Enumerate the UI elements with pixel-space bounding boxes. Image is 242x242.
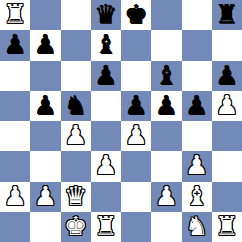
square-b5[interactable]: ♟: [30, 91, 60, 121]
black-pawn-piece[interactable]: ♟: [3, 31, 26, 57]
white-rook-piece[interactable]: ♜: [3, 1, 26, 27]
black-queen-piece[interactable]: ♛: [94, 1, 117, 27]
black-bishop-piece[interactable]: ♝: [155, 62, 178, 88]
square-a7[interactable]: ♟: [0, 30, 30, 60]
square-e1[interactable]: [121, 212, 151, 242]
square-f7[interactable]: [151, 30, 181, 60]
square-f4[interactable]: [151, 121, 181, 151]
white-pawn-piece[interactable]: ♟: [124, 122, 147, 148]
square-h7[interactable]: [212, 30, 242, 60]
square-e7[interactable]: [121, 30, 151, 60]
square-d3[interactable]: ♟: [91, 151, 121, 181]
square-b4[interactable]: [30, 121, 60, 151]
square-h5[interactable]: ♟: [212, 91, 242, 121]
square-f8[interactable]: [151, 0, 181, 30]
white-rook-piece[interactable]: ♜: [94, 213, 117, 239]
chess-board-screenshot: ♜♛♚♜♟♟♝♟♝♟♟♞♟♟♟♟♟♟♟♟♟♟♛♟♝♚♜♞♜: [0, 0, 242, 242]
square-g1[interactable]: ♞: [182, 212, 212, 242]
square-b7[interactable]: ♟: [30, 30, 60, 60]
square-b8[interactable]: [30, 0, 60, 30]
square-d7[interactable]: ♝: [91, 30, 121, 60]
square-e2[interactable]: [121, 182, 151, 212]
black-pawn-piece[interactable]: ♟: [94, 62, 117, 88]
square-b6[interactable]: [30, 61, 60, 91]
square-b2[interactable]: ♟: [30, 182, 60, 212]
square-c6[interactable]: [61, 61, 91, 91]
square-c5[interactable]: ♞: [61, 91, 91, 121]
square-e8[interactable]: ♚: [121, 0, 151, 30]
square-d5[interactable]: [91, 91, 121, 121]
square-f5[interactable]: ♟: [151, 91, 181, 121]
square-a8[interactable]: ♜: [0, 0, 30, 30]
chess-board: ♜♛♚♜♟♟♝♟♝♟♟♞♟♟♟♟♟♟♟♟♟♟♛♟♝♚♜♞♜: [0, 0, 242, 242]
square-c1[interactable]: ♚: [61, 212, 91, 242]
square-a1[interactable]: [0, 212, 30, 242]
black-pawn-piece[interactable]: ♟: [155, 92, 178, 118]
square-d2[interactable]: [91, 182, 121, 212]
square-e6[interactable]: [121, 61, 151, 91]
square-h8[interactable]: ♜: [212, 0, 242, 30]
black-pawn-piece[interactable]: ♟: [34, 92, 57, 118]
square-h3[interactable]: [212, 151, 242, 181]
square-b3[interactable]: [30, 151, 60, 181]
white-pawn-piece[interactable]: ♟: [155, 183, 178, 209]
white-queen-piece[interactable]: ♛: [64, 183, 87, 209]
square-d4[interactable]: [91, 121, 121, 151]
square-g2[interactable]: ♝: [182, 182, 212, 212]
square-d1[interactable]: ♜: [91, 212, 121, 242]
white-pawn-piece[interactable]: ♟: [64, 122, 87, 148]
white-king-piece[interactable]: ♚: [64, 213, 87, 239]
white-knight-piece[interactable]: ♞: [185, 213, 208, 239]
square-h6[interactable]: ♟: [212, 61, 242, 91]
square-g4[interactable]: [182, 121, 212, 151]
white-pawn-piece[interactable]: ♟: [215, 92, 238, 118]
black-king-piece[interactable]: ♚: [124, 1, 147, 27]
square-c2[interactable]: ♛: [61, 182, 91, 212]
square-g7[interactable]: [182, 30, 212, 60]
square-c3[interactable]: [61, 151, 91, 181]
black-pawn-piece[interactable]: ♟: [124, 92, 147, 118]
square-h4[interactable]: [212, 121, 242, 151]
square-a3[interactable]: [0, 151, 30, 181]
square-a2[interactable]: ♟: [0, 182, 30, 212]
black-pawn-piece[interactable]: ♟: [215, 62, 238, 88]
square-f6[interactable]: ♝: [151, 61, 181, 91]
square-a5[interactable]: [0, 91, 30, 121]
black-knight-piece[interactable]: ♞: [64, 92, 87, 118]
square-d6[interactable]: ♟: [91, 61, 121, 91]
square-b1[interactable]: [30, 212, 60, 242]
square-a6[interactable]: [0, 61, 30, 91]
square-g6[interactable]: [182, 61, 212, 91]
square-e4[interactable]: ♟: [121, 121, 151, 151]
square-g8[interactable]: [182, 0, 212, 30]
square-e5[interactable]: ♟: [121, 91, 151, 121]
white-bishop-piece[interactable]: ♝: [185, 183, 208, 209]
white-pawn-piece[interactable]: ♟: [185, 152, 208, 178]
square-d8[interactable]: ♛: [91, 0, 121, 30]
square-a4[interactable]: [0, 121, 30, 151]
white-pawn-piece[interactable]: ♟: [94, 152, 117, 178]
square-c8[interactable]: [61, 0, 91, 30]
square-f2[interactable]: ♟: [151, 182, 181, 212]
black-pawn-piece[interactable]: ♟: [34, 31, 57, 57]
square-f1[interactable]: [151, 212, 181, 242]
white-pawn-piece[interactable]: ♟: [34, 183, 57, 209]
black-pawn-piece[interactable]: ♟: [185, 92, 208, 118]
square-f3[interactable]: [151, 151, 181, 181]
square-c7[interactable]: [61, 30, 91, 60]
square-g3[interactable]: ♟: [182, 151, 212, 181]
square-c4[interactable]: ♟: [61, 121, 91, 151]
square-e3[interactable]: [121, 151, 151, 181]
square-h1[interactable]: ♜: [212, 212, 242, 242]
white-pawn-piece[interactable]: ♟: [3, 183, 26, 209]
square-g5[interactable]: ♟: [182, 91, 212, 121]
square-h2[interactable]: [212, 182, 242, 212]
black-rook-piece[interactable]: ♜: [215, 1, 238, 27]
white-rook-piece[interactable]: ♜: [215, 213, 238, 239]
black-bishop-piece[interactable]: ♝: [94, 31, 117, 57]
